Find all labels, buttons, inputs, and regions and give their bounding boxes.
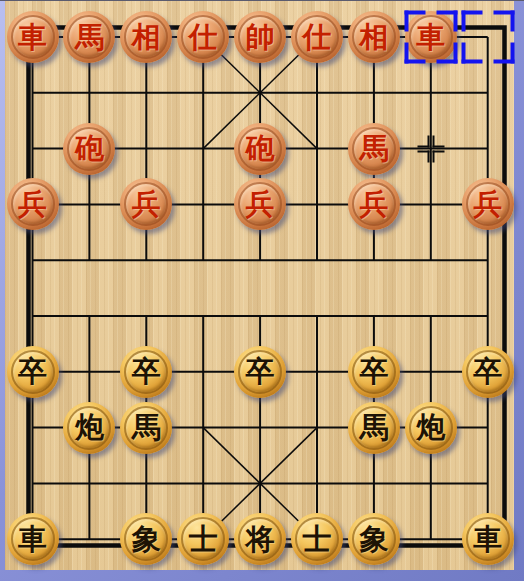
piece-red-advisor[interactable]: 仕 [177,11,229,63]
piece-glyph: 車 [18,23,47,52]
piece-red-soldier[interactable]: 兵 [462,178,514,230]
piece-black-general[interactable]: 将 [234,513,286,565]
piece-red-elephant[interactable]: 相 [348,11,400,63]
piece-glyph: 仕 [189,23,218,52]
cannon-point-marker [417,135,444,162]
piece-red-cannon[interactable]: 砲 [63,123,115,175]
piece-red-soldier[interactable]: 兵 [234,178,286,230]
bracket-corner [436,43,457,64]
piece-glyph: 馬 [359,134,388,163]
piece-glyph: 馬 [359,413,388,442]
piece-glyph: 帥 [246,23,275,52]
piece-black-soldier[interactable]: 卒 [462,346,514,398]
piece-glyph: 卒 [18,357,47,386]
piece-red-horse[interactable]: 馬 [63,11,115,63]
last-move-from-marker [461,11,514,64]
piece-glyph: 炮 [416,413,445,442]
piece-glyph: 兵 [132,190,161,219]
piece-black-advisor[interactable]: 士 [291,513,343,565]
piece-black-cannon[interactable]: 炮 [405,402,457,454]
piece-glyph: 相 [132,23,161,52]
bracket-corner [404,11,425,32]
piece-black-horse[interactable]: 馬 [348,402,400,454]
piece-black-soldier[interactable]: 卒 [120,346,172,398]
piece-glyph: 砲 [75,134,104,163]
piece-glyph: 士 [189,525,218,554]
piece-glyph: 兵 [359,190,388,219]
piece-red-soldier[interactable]: 兵 [120,178,172,230]
piece-red-cannon[interactable]: 砲 [234,123,286,175]
piece-red-soldier[interactable]: 兵 [7,178,59,230]
piece-black-soldier[interactable]: 卒 [234,346,286,398]
piece-red-elephant[interactable]: 相 [120,11,172,63]
piece-glyph: 卒 [132,357,161,386]
piece-black-soldier[interactable]: 卒 [7,346,59,398]
piece-glyph: 兵 [18,190,47,219]
bracket-corner [493,43,514,64]
piece-glyph: 象 [359,525,388,554]
piece-red-soldier[interactable]: 兵 [348,178,400,230]
piece-black-horse[interactable]: 馬 [120,402,172,454]
xiangqi-board[interactable] [5,1,514,570]
marker-corner [417,150,429,162]
piece-glyph: 車 [18,525,47,554]
piece-glyph: 卒 [246,357,275,386]
bracket-corner [493,11,514,32]
piece-glyph: 卒 [359,357,388,386]
piece-black-chariot[interactable]: 車 [462,513,514,565]
piece-glyph: 士 [303,525,332,554]
piece-red-general[interactable]: 帥 [234,11,286,63]
window-top-edge [0,0,524,1]
piece-glyph: 兵 [473,190,502,219]
piece-black-elephant[interactable]: 象 [120,513,172,565]
piece-glyph: 馬 [132,413,161,442]
piece-black-soldier[interactable]: 卒 [348,346,400,398]
piece-glyph: 卒 [473,357,502,386]
piece-glyph: 車 [473,525,502,554]
bracket-corner [461,43,482,64]
piece-glyph: 象 [132,525,161,554]
piece-glyph: 馬 [75,23,104,52]
piece-glyph: 仕 [303,23,332,52]
piece-black-elephant[interactable]: 象 [348,513,400,565]
marker-corner [432,150,444,162]
marker-corner [432,135,444,147]
piece-glyph: 相 [359,23,388,52]
piece-red-chariot[interactable]: 車 [7,11,59,63]
piece-black-cannon[interactable]: 炮 [63,402,115,454]
bracket-corner [461,11,482,32]
piece-red-horse[interactable]: 馬 [348,123,400,175]
piece-red-advisor[interactable]: 仕 [291,11,343,63]
piece-glyph: 砲 [246,134,275,163]
piece-glyph: 炮 [75,413,104,442]
bracket-corner [404,43,425,64]
last-move-to-marker [404,11,457,64]
piece-glyph: 兵 [246,190,275,219]
piece-black-advisor[interactable]: 士 [177,513,229,565]
piece-glyph: 将 [246,525,275,554]
marker-corner [417,135,429,147]
piece-black-chariot[interactable]: 車 [7,513,59,565]
bracket-corner [436,11,457,32]
